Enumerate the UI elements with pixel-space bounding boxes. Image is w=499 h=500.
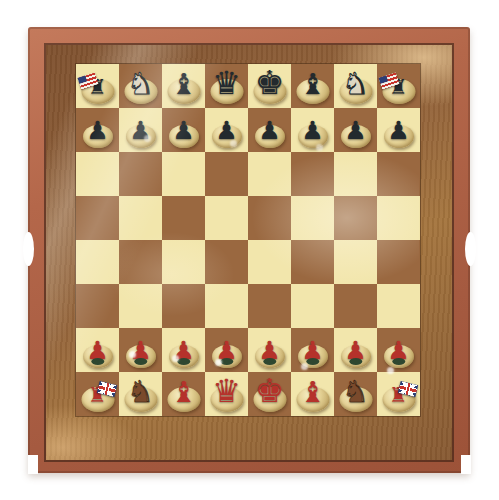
- red-pawn-f2[interactable]: ♟: [291, 328, 334, 372]
- square-g7[interactable]: ♟: [334, 108, 377, 152]
- square-h4[interactable]: [377, 240, 420, 284]
- red-pawn-d2[interactable]: ♟: [205, 328, 248, 372]
- square-h7[interactable]: ♟: [377, 108, 420, 152]
- piece-glyph: ♝: [171, 378, 197, 407]
- red-bishop-f1[interactable]: ♝: [291, 372, 334, 416]
- square-e7[interactable]: ♟: [248, 108, 291, 152]
- piece-glyph: ♟: [301, 118, 323, 143]
- square-b5[interactable]: [119, 196, 162, 240]
- red-king-e1[interactable]: ♚: [248, 372, 291, 416]
- square-f4[interactable]: [291, 240, 334, 284]
- black-knight-b8[interactable]: ♞: [119, 64, 162, 108]
- black-pawn-a7[interactable]: ♟: [76, 108, 119, 152]
- piece-glyph: ♟: [129, 118, 151, 143]
- square-c2[interactable]: ♟: [162, 328, 205, 372]
- piece-glyph: ♟: [86, 118, 108, 143]
- square-f5[interactable]: [291, 196, 334, 240]
- square-d2[interactable]: ♟: [205, 328, 248, 372]
- square-e6[interactable]: [248, 152, 291, 196]
- piece-glyph: ♟: [258, 338, 280, 363]
- square-c1[interactable]: ♝: [162, 372, 205, 416]
- black-pawn-g7[interactable]: ♟: [334, 108, 377, 152]
- square-b6[interactable]: [119, 152, 162, 196]
- red-pawn-c2[interactable]: ♟: [162, 328, 205, 372]
- square-h2[interactable]: ♟: [377, 328, 420, 372]
- square-a4[interactable]: [76, 240, 119, 284]
- square-f7[interactable]: ♟: [291, 108, 334, 152]
- piece-glyph: ♞: [127, 69, 154, 99]
- square-d4[interactable]: [205, 240, 248, 284]
- square-d3[interactable]: [205, 284, 248, 328]
- frame-notch-left: [23, 232, 34, 266]
- square-b3[interactable]: [119, 284, 162, 328]
- red-knight-b1[interactable]: ♞: [119, 372, 162, 416]
- square-c3[interactable]: [162, 284, 205, 328]
- square-f3[interactable]: [291, 284, 334, 328]
- square-h3[interactable]: [377, 284, 420, 328]
- square-d7[interactable]: ♟: [205, 108, 248, 152]
- black-bishop-c8[interactable]: ♝: [162, 64, 205, 108]
- square-g5[interactable]: [334, 196, 377, 240]
- red-rook-a1[interactable]: ♜: [76, 372, 119, 416]
- red-pawn-h2[interactable]: ♟: [377, 328, 420, 372]
- piece-glyph: ♟: [344, 338, 366, 363]
- square-b8[interactable]: ♞: [119, 64, 162, 108]
- square-e1[interactable]: ♚: [248, 372, 291, 416]
- piece-glyph: ♟: [129, 338, 151, 363]
- piece-glyph: ♟: [172, 338, 194, 363]
- piece-glyph: ♟: [215, 118, 237, 143]
- piece-glyph: ♝: [300, 378, 326, 407]
- photo-canvas: ♜♞♝♛♚♝♞♜♟♟♟♟♟♟♟♟♟♟♟♟♟♟♟♟♜♞♝♛♚♝♞♜: [0, 0, 499, 500]
- piece-glyph: ♞: [127, 377, 154, 407]
- black-pawn-f7[interactable]: ♟: [291, 108, 334, 152]
- frame-notch-right: [465, 232, 476, 266]
- square-g8[interactable]: ♞: [334, 64, 377, 108]
- red-pawn-g2[interactable]: ♟: [334, 328, 377, 372]
- piece-glyph: ♞: [342, 377, 369, 407]
- square-a1[interactable]: ♜: [76, 372, 119, 416]
- black-pawn-e7[interactable]: ♟: [248, 108, 291, 152]
- piece-glyph: ♟: [215, 338, 237, 363]
- square-f2[interactable]: ♟: [291, 328, 334, 372]
- black-queen-d8[interactable]: ♛: [205, 64, 248, 108]
- square-h8[interactable]: ♜: [377, 64, 420, 108]
- square-c8[interactable]: ♝: [162, 64, 205, 108]
- red-pawn-b2[interactable]: ♟: [119, 328, 162, 372]
- black-pawn-c7[interactable]: ♟: [162, 108, 205, 152]
- square-d5[interactable]: [205, 196, 248, 240]
- black-pawn-d7[interactable]: ♟: [205, 108, 248, 152]
- square-d1[interactable]: ♛: [205, 372, 248, 416]
- square-d6[interactable]: [205, 152, 248, 196]
- black-pawn-h7[interactable]: ♟: [377, 108, 420, 152]
- red-bishop-c1[interactable]: ♝: [162, 372, 205, 416]
- square-f8[interactable]: ♝: [291, 64, 334, 108]
- square-e5[interactable]: [248, 196, 291, 240]
- square-a3[interactable]: [76, 284, 119, 328]
- piece-glyph: ♝: [171, 70, 197, 99]
- chess-board: ♜♞♝♛♚♝♞♜♟♟♟♟♟♟♟♟♟♟♟♟♟♟♟♟♜♞♝♛♚♝♞♜: [75, 63, 421, 417]
- square-g4[interactable]: [334, 240, 377, 284]
- piece-glyph: ♝: [300, 70, 326, 99]
- black-pawn-b7[interactable]: ♟: [119, 108, 162, 152]
- piece-glyph: ♛: [212, 375, 241, 407]
- square-c5[interactable]: [162, 196, 205, 240]
- square-c4[interactable]: [162, 240, 205, 284]
- square-g3[interactable]: [334, 284, 377, 328]
- red-knight-g1[interactable]: ♞: [334, 372, 377, 416]
- square-h5[interactable]: [377, 196, 420, 240]
- frame-step-bottom-left: [28, 455, 38, 474]
- square-d8[interactable]: ♛: [205, 64, 248, 108]
- red-pawn-e2[interactable]: ♟: [248, 328, 291, 372]
- piece-glyph: ♟: [301, 338, 323, 363]
- square-a6[interactable]: [76, 152, 119, 196]
- square-e3[interactable]: [248, 284, 291, 328]
- piece-glyph: ♚: [255, 66, 285, 99]
- frame-step-bottom-right: [461, 455, 471, 474]
- square-a7[interactable]: ♟: [76, 108, 119, 152]
- square-g2[interactable]: ♟: [334, 328, 377, 372]
- piece-glyph: ♛: [212, 67, 241, 99]
- piece-glyph: ♟: [344, 118, 366, 143]
- piece-glyph: ♞: [342, 69, 369, 99]
- board-border: ♜♞♝♛♚♝♞♜♟♟♟♟♟♟♟♟♟♟♟♟♟♟♟♟♜♞♝♛♚♝♞♜: [46, 45, 452, 460]
- piece-glyph: ♟: [258, 118, 280, 143]
- piece-glyph: ♚: [255, 374, 285, 407]
- square-g1[interactable]: ♞: [334, 372, 377, 416]
- square-b1[interactable]: ♞: [119, 372, 162, 416]
- square-c6[interactable]: [162, 152, 205, 196]
- square-a5[interactable]: [76, 196, 119, 240]
- square-e4[interactable]: [248, 240, 291, 284]
- red-pawn-a2[interactable]: ♟: [76, 328, 119, 372]
- square-e8[interactable]: ♚: [248, 64, 291, 108]
- square-b7[interactable]: ♟: [119, 108, 162, 152]
- square-c7[interactable]: ♟: [162, 108, 205, 152]
- square-b2[interactable]: ♟: [119, 328, 162, 372]
- red-queen-d1[interactable]: ♛: [205, 372, 248, 416]
- piece-glyph: ♟: [387, 118, 409, 143]
- square-a2[interactable]: ♟: [76, 328, 119, 372]
- red-rook-h1[interactable]: ♜: [377, 372, 420, 416]
- black-bishop-f8[interactable]: ♝: [291, 64, 334, 108]
- black-king-e8[interactable]: ♚: [248, 64, 291, 108]
- square-g6[interactable]: [334, 152, 377, 196]
- black-rook-a8[interactable]: ♜: [76, 64, 119, 108]
- piece-glyph: ♟: [387, 338, 409, 363]
- piece-glyph: ♟: [172, 118, 194, 143]
- piece-glyph: ♟: [86, 338, 108, 363]
- square-f6[interactable]: [291, 152, 334, 196]
- square-e2[interactable]: ♟: [248, 328, 291, 372]
- black-rook-h8[interactable]: ♜: [377, 64, 420, 108]
- square-f1[interactable]: ♝: [291, 372, 334, 416]
- square-h1[interactable]: ♜: [377, 372, 420, 416]
- square-a8[interactable]: ♜: [76, 64, 119, 108]
- square-h6[interactable]: [377, 152, 420, 196]
- wooden-frame: ♜♞♝♛♚♝♞♜♟♟♟♟♟♟♟♟♟♟♟♟♟♟♟♟♜♞♝♛♚♝♞♜: [28, 27, 470, 473]
- square-b4[interactable]: [119, 240, 162, 284]
- black-knight-g8[interactable]: ♞: [334, 64, 377, 108]
